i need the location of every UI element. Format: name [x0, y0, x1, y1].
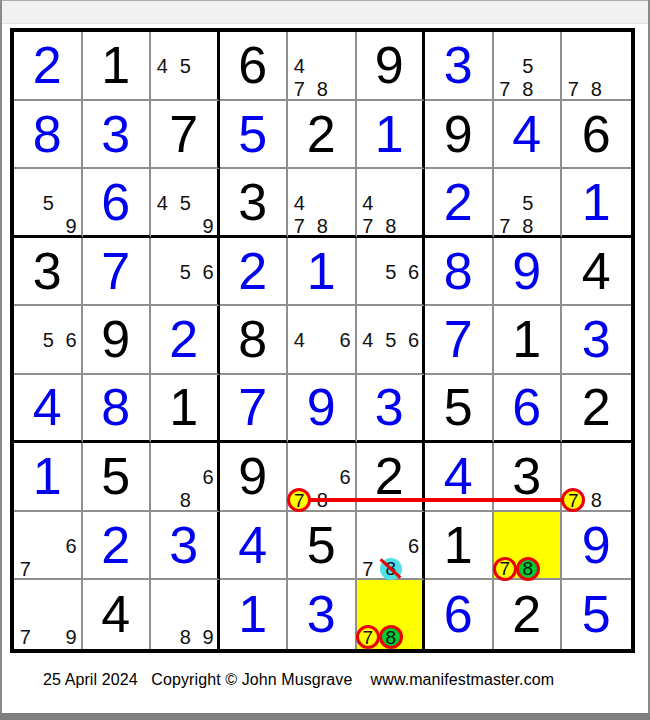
candidate-digit: 6	[334, 466, 357, 489]
cell-r5c5[interactable]: 46	[288, 306, 357, 375]
solved-digit: 2	[151, 306, 217, 373]
candidate-digit: 9	[60, 626, 83, 649]
solved-digit: 2	[220, 238, 287, 305]
solved-digit: 3	[562, 306, 631, 373]
candidate-digit: 8	[174, 626, 197, 649]
cell-r3c6[interactable]: 478	[357, 169, 426, 238]
solved-digit: 2	[425, 169, 492, 235]
cell-r4c5[interactable]: 1	[288, 238, 357, 307]
cell-r6c3[interactable]: 1	[151, 375, 220, 444]
solved-digit: 1	[357, 101, 423, 168]
candidate-digit: 8	[585, 78, 608, 101]
candidate-digit: 8	[311, 215, 334, 238]
candidate-digit: 7	[288, 78, 311, 101]
cell-r8c4[interactable]: 4	[220, 512, 289, 581]
cell-r8c6[interactable]: 678	[357, 512, 426, 581]
given-digit: 5	[83, 443, 150, 510]
cell-r7c5[interactable]: 678	[288, 443, 357, 512]
cell-r2c5[interactable]: 2	[288, 101, 357, 170]
cell-r6c2[interactable]: 8	[83, 375, 152, 444]
cell-r3c9[interactable]: 1	[562, 169, 631, 238]
solved-digit: 1	[220, 580, 287, 649]
candidate-digit: 6	[334, 329, 357, 352]
candidate-digit: 9	[197, 215, 220, 238]
solved-digit: 3	[288, 580, 355, 649]
candidate-digit: 9	[60, 215, 83, 238]
candidate-digit: 8	[516, 215, 539, 238]
candidate-digit: 6	[197, 466, 220, 489]
cell-r3c2[interactable]: 6	[83, 169, 152, 238]
cell-r3c7[interactable]: 2	[425, 169, 494, 238]
solved-digit: 8	[425, 238, 492, 305]
given-digit: 9	[83, 306, 150, 373]
cell-r5c1[interactable]: 56	[14, 306, 83, 375]
given-digit: 5	[425, 375, 492, 441]
cell-r7c4[interactable]: 9	[220, 443, 289, 512]
given-digit: 4	[83, 580, 150, 649]
candidate-digit: 4	[288, 192, 311, 215]
cell-r4c1[interactable]: 3	[14, 238, 83, 307]
given-digit: 2	[357, 443, 423, 510]
cell-r3c5[interactable]: 478	[288, 169, 357, 238]
given-digit: 5	[288, 512, 355, 579]
candidate-digit: 7	[494, 78, 517, 101]
solved-digit: 5	[220, 101, 287, 168]
given-digit: 3	[220, 169, 287, 235]
cell-r1c2[interactable]: 1	[83, 32, 152, 101]
solved-digit: 3	[425, 32, 492, 99]
cell-r3c4[interactable]: 3	[220, 169, 289, 238]
window-frame-bottom	[0, 713, 650, 720]
cell-r8c7[interactable]: 1	[425, 512, 494, 581]
candidate-digit: 7	[357, 557, 380, 580]
solved-digit: 1	[562, 169, 631, 235]
cell-r4c3[interactable]: 56	[151, 238, 220, 307]
candidate-digit: 7	[288, 215, 311, 238]
cell-r9c9[interactable]: 5	[562, 580, 631, 649]
solved-digit: 5	[562, 580, 631, 649]
cell-r3c3[interactable]: 459	[151, 169, 220, 238]
cell-r1c3[interactable]: 45	[151, 32, 220, 101]
cell-r5c2[interactable]: 9	[83, 306, 152, 375]
given-digit: 1	[494, 306, 561, 373]
footer-caption: 25 April 2024 Copyright © John Musgrave …	[43, 671, 554, 689]
solved-digit: 7	[425, 306, 492, 373]
candidate-digit: 6	[402, 534, 425, 557]
solved-digit: 2	[14, 32, 81, 99]
solved-digit: 8	[83, 375, 150, 441]
solved-digit: 6	[425, 580, 492, 649]
given-digit: 1	[83, 32, 150, 99]
cell-r9c6[interactable]: 78	[357, 580, 426, 649]
cell-r1c6[interactable]: 9	[357, 32, 426, 101]
cell-r1c8[interactable]: 578	[494, 32, 563, 101]
cell-r9c8[interactable]: 2	[494, 580, 563, 649]
cell-r9c1[interactable]: 79	[14, 580, 83, 649]
candidate-digit: 8	[174, 489, 197, 512]
cell-r4c6[interactable]: 56	[357, 238, 426, 307]
candidate-digit: 6	[402, 260, 425, 283]
solved-digit: 6	[83, 169, 150, 235]
candidate-digit: 8	[379, 557, 402, 580]
candidate-digit: 7	[494, 215, 517, 238]
solved-digit: 4	[14, 375, 81, 441]
cell-r2c9[interactable]: 6	[562, 101, 631, 170]
cell-r6c4[interactable]: 7	[220, 375, 289, 444]
solved-digit: 2	[83, 512, 150, 579]
window-frame-left	[0, 0, 2, 720]
candidate-digit: 4	[357, 192, 380, 215]
candidate-digit: 4	[151, 55, 174, 78]
cell-r2c2[interactable]: 3	[83, 101, 152, 170]
cell-r2c6[interactable]: 1	[357, 101, 426, 170]
solved-digit: 1	[288, 238, 355, 305]
cell-r6c6[interactable]: 3	[357, 375, 426, 444]
solved-digit: 7	[220, 375, 287, 441]
cell-r3c8[interactable]: 578	[494, 169, 563, 238]
solved-digit: 9	[494, 238, 561, 305]
cell-r9c5[interactable]: 3	[288, 580, 357, 649]
given-digit: 2	[494, 580, 561, 649]
candidate-digit: 5	[379, 329, 402, 352]
solved-digit: 8	[14, 101, 81, 168]
candidate-digit: 4	[288, 329, 311, 352]
cell-r4c9[interactable]: 4	[562, 238, 631, 307]
cell-r2c1[interactable]: 8	[14, 101, 83, 170]
solved-digit: 9	[288, 375, 355, 441]
cell-r9c2[interactable]: 4	[83, 580, 152, 649]
candidate-digit: 7	[357, 215, 380, 238]
cell-r7c1[interactable]: 1	[14, 443, 83, 512]
cell-r1c9[interactable]: 78	[562, 32, 631, 101]
cell-r6c9[interactable]: 2	[562, 375, 631, 444]
cell-r4c7[interactable]: 8	[425, 238, 494, 307]
cell-r6c5[interactable]: 9	[288, 375, 357, 444]
cell-r7c3[interactable]: 68	[151, 443, 220, 512]
given-digit: 9	[425, 101, 492, 168]
given-digit: 6	[562, 101, 631, 168]
solved-digit: 3	[151, 512, 217, 579]
cell-r2c4[interactable]: 5	[220, 101, 289, 170]
cell-r6c1[interactable]: 4	[14, 375, 83, 444]
cell-r4c2[interactable]: 7	[83, 238, 152, 307]
cell-r5c8[interactable]: 1	[494, 306, 563, 375]
cell-r5c7[interactable]: 7	[425, 306, 494, 375]
cell-r9c4[interactable]: 1	[220, 580, 289, 649]
candidate-digit: 4	[357, 329, 380, 352]
candidate-digit: 7	[14, 557, 37, 580]
given-digit: 2	[562, 375, 631, 441]
solved-digit: 3	[357, 375, 423, 441]
cell-r9c7[interactable]: 6	[425, 580, 494, 649]
cell-r8c5[interactable]: 5	[288, 512, 357, 581]
cell-r5c9[interactable]: 3	[562, 306, 631, 375]
cell-r8c3[interactable]: 3	[151, 512, 220, 581]
cell-r1c7[interactable]: 3	[425, 32, 494, 101]
cell-r2c8[interactable]: 4	[494, 101, 563, 170]
cell-r6c7[interactable]: 5	[425, 375, 494, 444]
given-digit: 8	[220, 306, 287, 373]
cell-r7c9[interactable]: 78	[562, 443, 631, 512]
cell-r5c3[interactable]: 2	[151, 306, 220, 375]
candidate-digit: 5	[516, 55, 539, 78]
cell-r7c2[interactable]: 5	[83, 443, 152, 512]
candidate-digit: 6	[60, 329, 83, 352]
cell-r4c8[interactable]: 9	[494, 238, 563, 307]
cell-r8c2[interactable]: 2	[83, 512, 152, 581]
candidate-digit: 9	[197, 626, 220, 649]
given-digit: 9	[220, 443, 287, 510]
solved-digit: 4	[425, 443, 492, 510]
candidate-digit: 8	[516, 78, 539, 101]
candidate-digit: 8	[516, 557, 539, 580]
candidate-digit: 8	[379, 626, 402, 649]
candidate-digit: 4	[288, 55, 311, 78]
candidate-digit: 7	[562, 489, 585, 512]
candidate-digit: 5	[379, 260, 402, 283]
candidate-digit: 8	[585, 489, 608, 512]
candidate-digit: 7	[14, 626, 37, 649]
given-digit: 4	[562, 238, 631, 305]
cell-r4c4[interactable]: 2	[220, 238, 289, 307]
candidate-digit: 5	[516, 192, 539, 215]
candidate-digit: 5	[37, 192, 60, 215]
cell-r3c1[interactable]: 59	[14, 169, 83, 238]
candidate-digit: 5	[174, 55, 197, 78]
cell-r2c3[interactable]: 7	[151, 101, 220, 170]
candidate-digit: 6	[197, 260, 220, 283]
candidate-digit: 4	[151, 192, 174, 215]
candidate-digit: 5	[174, 260, 197, 283]
cell-r7c7[interactable]: 4	[425, 443, 494, 512]
candidate-digit: 6	[60, 534, 83, 557]
solved-digit: 1	[14, 443, 81, 510]
candidate-digit: 7	[494, 557, 517, 580]
candidate-digit: 8	[311, 78, 334, 101]
cell-r5c6[interactable]: 456	[357, 306, 426, 375]
cell-r8c8[interactable]: 78	[494, 512, 563, 581]
candidate-digit: 7	[562, 78, 585, 101]
cell-r2c7[interactable]: 9	[425, 101, 494, 170]
cell-r7c6[interactable]: 2	[357, 443, 426, 512]
candidate-digit: 8	[311, 489, 334, 512]
candidate-digit: 8	[379, 215, 402, 238]
sudoku-board: 2145647893578788375219465964593478478257…	[10, 28, 635, 653]
solved-digit: 6	[494, 375, 561, 441]
solved-digit: 7	[83, 238, 150, 305]
cell-r1c5[interactable]: 478	[288, 32, 357, 101]
given-digit: 3	[14, 238, 81, 305]
given-digit: 3	[494, 443, 561, 510]
given-digit: 1	[151, 375, 217, 441]
cell-r1c4[interactable]: 6	[220, 32, 289, 101]
candidate-digit: 6	[402, 329, 425, 352]
given-digit: 9	[357, 32, 423, 99]
cell-r6c8[interactable]: 6	[494, 375, 563, 444]
candidate-digit: 5	[174, 192, 197, 215]
cell-r8c9[interactable]: 9	[562, 512, 631, 581]
given-digit: 1	[425, 512, 492, 579]
solved-digit: 4	[494, 101, 561, 168]
candidate-digit: 5	[37, 329, 60, 352]
cell-r8c1[interactable]: 67	[14, 512, 83, 581]
solved-digit: 9	[562, 512, 631, 579]
given-digit: 2	[288, 101, 355, 168]
cell-r9c3[interactable]: 89	[151, 580, 220, 649]
given-digit: 7	[151, 101, 217, 168]
window-top-bar	[0, 0, 650, 24]
cell-r7c8[interactable]: 3	[494, 443, 563, 512]
sudoku-app-window: 2145647893578788375219465964593478478257…	[0, 0, 650, 720]
solved-digit: 4	[220, 512, 287, 579]
cell-r5c4[interactable]: 8	[220, 306, 289, 375]
cell-r1c1[interactable]: 2	[14, 32, 83, 101]
candidate-digit: 7	[288, 489, 311, 512]
given-digit: 6	[220, 32, 287, 99]
solved-digit: 3	[83, 101, 150, 168]
candidate-digit: 7	[357, 626, 380, 649]
